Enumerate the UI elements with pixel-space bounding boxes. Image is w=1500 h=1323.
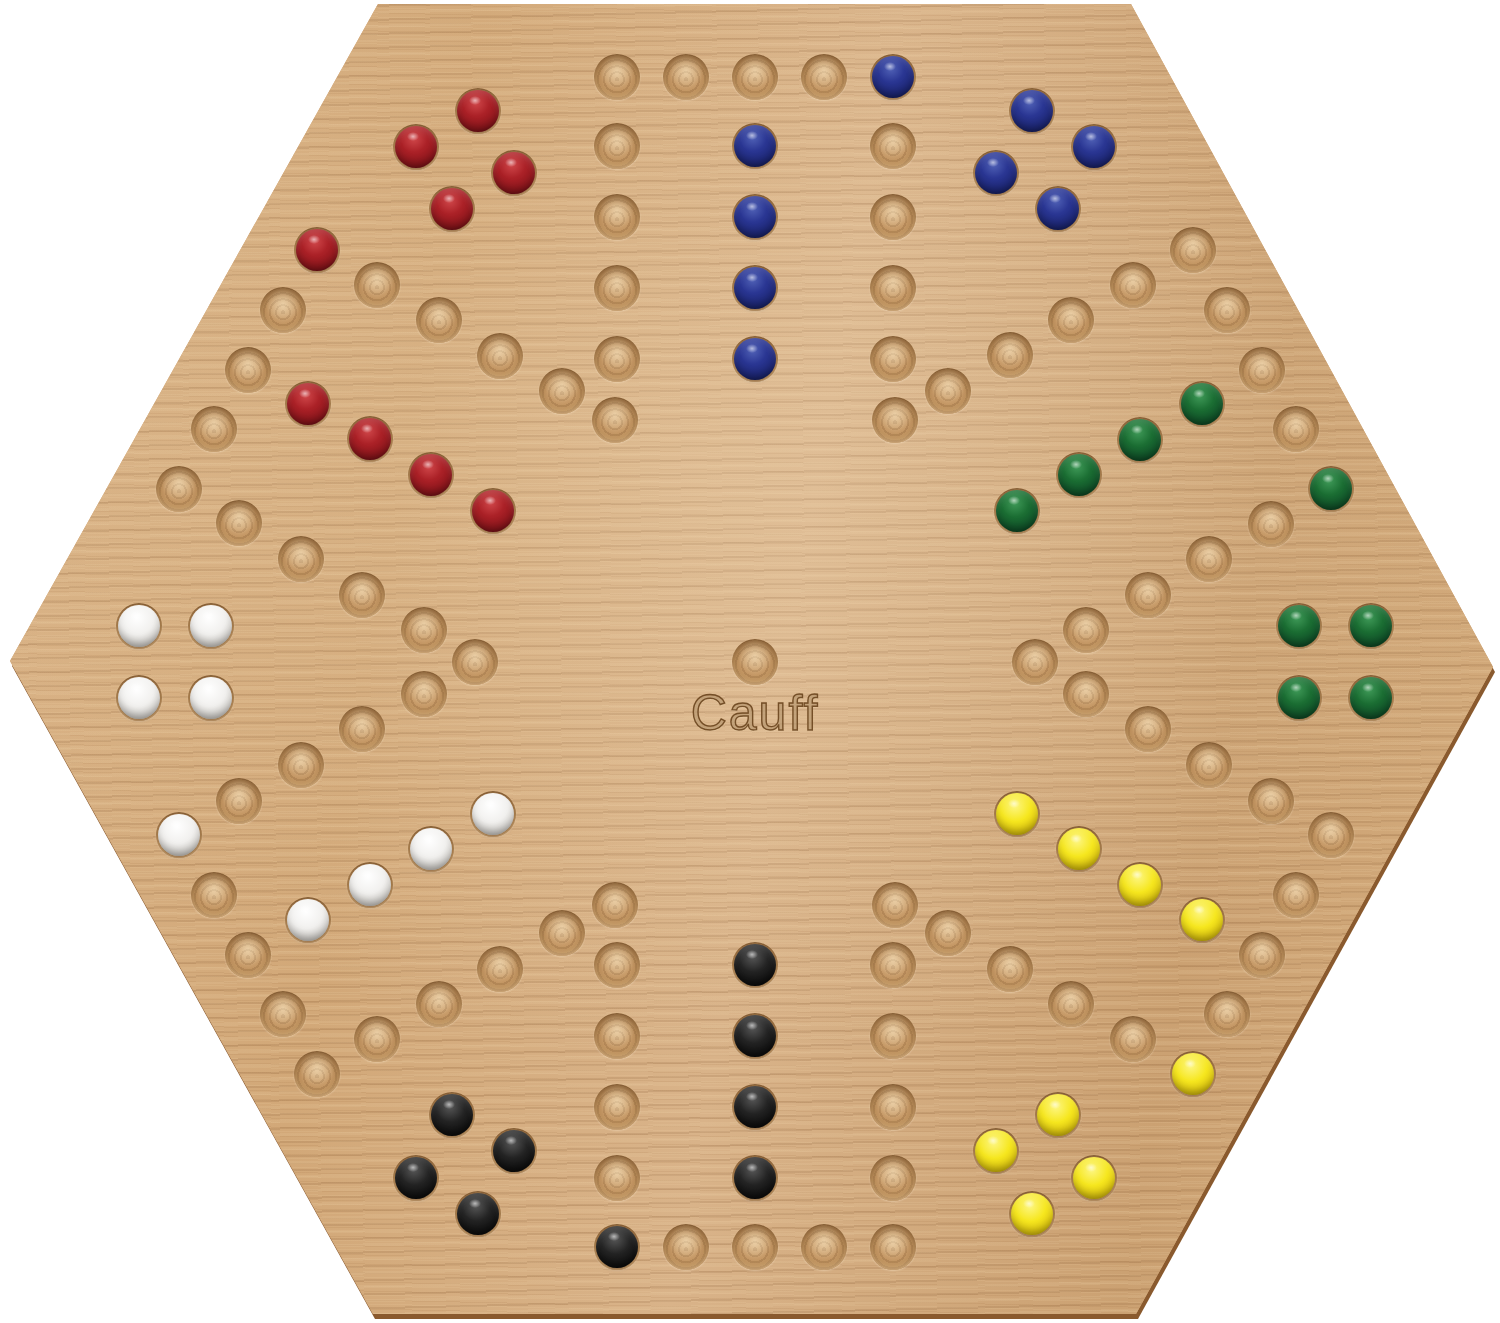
hole-blue-L2[interactable] (594, 265, 640, 311)
hole-green-S3[interactable] (1276, 675, 1322, 721)
hole-red-L1[interactable] (401, 607, 447, 653)
hole-black-H1[interactable] (732, 1155, 778, 1201)
hole-green-R1[interactable] (1248, 501, 1294, 547)
hole-white-S2[interactable] (188, 603, 234, 649)
blue-marble[interactable] (1011, 90, 1053, 132)
hole-red-S3[interactable] (491, 150, 537, 196)
black-marble[interactable] (395, 1157, 437, 1199)
red-marble[interactable] (472, 490, 514, 532)
white-marble[interactable] (118, 677, 160, 719)
hole-yellow-R4[interactable] (925, 910, 971, 956)
green-marble[interactable] (1119, 419, 1161, 461)
hole-black-T5[interactable] (594, 1224, 640, 1270)
red-marble[interactable] (349, 418, 391, 460)
hole-white-T3[interactable] (225, 932, 271, 978)
blue-marble[interactable] (734, 338, 776, 380)
hole-white-R3[interactable] (339, 706, 385, 752)
yellow-marble[interactable] (996, 793, 1038, 835)
hole-yellow-L1[interactable] (1063, 671, 1109, 717)
hole-black-H4[interactable] (732, 942, 778, 988)
yellow-marble[interactable] (1011, 1193, 1053, 1235)
hole-black-L4[interactable] (870, 1155, 916, 1201)
hole-black-N[interactable] (592, 882, 638, 928)
blue-marble[interactable] (1073, 126, 1115, 168)
hole-green-R3[interactable] (1125, 572, 1171, 618)
black-marble[interactable] (734, 944, 776, 986)
hole-red-L4[interactable] (216, 500, 262, 546)
green-marble[interactable] (1058, 454, 1100, 496)
hole-red-L2[interactable] (339, 572, 385, 618)
hole-red-R1[interactable] (354, 262, 400, 308)
hole-yellow-S2[interactable] (973, 1128, 1019, 1174)
hole-white-L1[interactable] (539, 910, 585, 956)
hole-blue-R1[interactable] (870, 123, 916, 169)
hole-white-S3[interactable] (116, 675, 162, 721)
hole-black-R2[interactable] (594, 1084, 640, 1130)
hole-red-L3[interactable] (278, 536, 324, 582)
hole-green-R2[interactable] (1186, 536, 1232, 582)
yellow-marble[interactable] (1073, 1157, 1115, 1199)
hole-black-L2[interactable] (870, 1013, 916, 1059)
blue-marble[interactable] (734, 125, 776, 167)
hole-black-T4[interactable] (663, 1224, 709, 1270)
blue-marble[interactable] (872, 56, 914, 98)
hole-blue-T3[interactable] (732, 54, 778, 100)
hole-white-T5[interactable] (156, 812, 202, 858)
white-marble[interactable] (190, 677, 232, 719)
hole-red-T3[interactable] (225, 347, 271, 393)
hole-blue-S2[interactable] (1071, 124, 1117, 170)
hole-white-L4[interactable] (354, 1016, 400, 1062)
hole-black-T2[interactable] (801, 1224, 847, 1270)
hole-black-H3[interactable] (732, 1013, 778, 1059)
blue-marble[interactable] (734, 196, 776, 238)
hole-white-T4[interactable] (191, 872, 237, 918)
hole-black-H2[interactable] (732, 1084, 778, 1130)
hole-green-T3[interactable] (1239, 347, 1285, 393)
hole-green-H4[interactable] (994, 488, 1040, 534)
red-marble[interactable] (287, 383, 329, 425)
hole-black-S2[interactable] (491, 1128, 537, 1174)
hole-center[interactable] (732, 639, 778, 685)
hole-black-T3[interactable] (732, 1224, 778, 1270)
hole-black-R4[interactable] (594, 942, 640, 988)
yellow-marble[interactable] (1172, 1053, 1214, 1095)
board-brand-engraving: Cauff (691, 684, 820, 742)
green-marble[interactable] (996, 490, 1038, 532)
black-marble[interactable] (431, 1094, 473, 1136)
hole-yellow-T2[interactable] (1273, 872, 1319, 918)
hole-green-L1[interactable] (925, 368, 971, 414)
hole-white-R1[interactable] (216, 778, 262, 824)
hole-yellow-L2[interactable] (1125, 706, 1171, 752)
green-marble[interactable] (1278, 677, 1320, 719)
hole-yellow-R2[interactable] (1048, 981, 1094, 1027)
hole-blue-R2[interactable] (870, 194, 916, 240)
yellow-marble[interactable] (975, 1130, 1017, 1172)
hole-red-S2[interactable] (393, 124, 439, 170)
hole-black-T1[interactable] (870, 1224, 916, 1270)
black-marble[interactable] (734, 1086, 776, 1128)
hole-white-S4[interactable] (188, 675, 234, 721)
hole-red-H2[interactable] (347, 416, 393, 462)
hole-blue-L1[interactable] (594, 336, 640, 382)
hole-green-S1[interactable] (1276, 603, 1322, 649)
hole-yellow-S1[interactable] (1035, 1092, 1081, 1138)
hole-yellow-H4[interactable] (994, 791, 1040, 837)
hole-white-H1[interactable] (285, 897, 331, 943)
hole-blue-S1[interactable] (1009, 88, 1055, 134)
hole-yellow-H3[interactable] (1056, 826, 1102, 872)
red-marble[interactable] (410, 454, 452, 496)
hole-red-T4[interactable] (260, 287, 306, 333)
hole-blue-R4[interactable] (870, 336, 916, 382)
black-marble[interactable] (734, 1015, 776, 1057)
hole-blue-R3[interactable] (870, 265, 916, 311)
hole-green-L4[interactable] (1110, 262, 1156, 308)
hole-red-N[interactable] (592, 397, 638, 443)
hole-red-S1[interactable] (455, 88, 501, 134)
hole-white-H3[interactable] (408, 826, 454, 872)
hole-red-R4[interactable] (539, 368, 585, 414)
hole-green-H2[interactable] (1117, 417, 1163, 463)
green-marble[interactable] (1278, 605, 1320, 647)
hole-white-T1[interactable] (294, 1051, 340, 1097)
hole-red-T1[interactable] (156, 466, 202, 512)
hole-yellow-L4[interactable] (1248, 778, 1294, 824)
hole-blue-T5[interactable] (870, 54, 916, 100)
yellow-marble[interactable] (1058, 828, 1100, 870)
hole-blue-H4[interactable] (732, 336, 778, 382)
hole-green-R4[interactable] (1063, 607, 1109, 653)
hole-blue-L4[interactable] (594, 123, 640, 169)
hole-yellow-R3[interactable] (987, 946, 1033, 992)
green-marble[interactable] (1181, 383, 1223, 425)
hole-blue-S3[interactable] (973, 150, 1019, 196)
hole-yellow-S3[interactable] (1071, 1155, 1117, 1201)
hole-yellow-L3[interactable] (1186, 742, 1232, 788)
product-photo-background: Cauff (0, 0, 1500, 1323)
blue-marble[interactable] (734, 267, 776, 309)
hole-blue-T2[interactable] (663, 54, 709, 100)
hole-red-S4[interactable] (429, 186, 475, 232)
hole-red-H3[interactable] (408, 452, 454, 498)
hole-blue-H3[interactable] (732, 265, 778, 311)
red-marble[interactable] (457, 90, 499, 132)
hole-green-T5[interactable] (1308, 466, 1354, 512)
hole-white-R2[interactable] (278, 742, 324, 788)
hole-white-H2[interactable] (347, 862, 393, 908)
hole-yellow-T5[interactable] (1170, 1051, 1216, 1097)
hole-black-S1[interactable] (429, 1092, 475, 1138)
red-marble[interactable] (431, 188, 473, 230)
red-marble[interactable] (395, 126, 437, 168)
hole-white-N[interactable] (452, 639, 498, 685)
hole-yellow-S4[interactable] (1009, 1191, 1055, 1237)
green-marble[interactable] (1350, 677, 1392, 719)
hole-black-L3[interactable] (870, 1084, 916, 1130)
hole-blue-H1[interactable] (732, 123, 778, 169)
hole-yellow-T4[interactable] (1204, 991, 1250, 1037)
hole-red-R2[interactable] (416, 297, 462, 343)
white-marble[interactable] (158, 814, 200, 856)
hole-black-S4[interactable] (455, 1191, 501, 1237)
hole-red-R3[interactable] (477, 333, 523, 379)
hole-green-H3[interactable] (1056, 452, 1102, 498)
hole-green-N[interactable] (1012, 639, 1058, 685)
hole-red-T5[interactable] (294, 227, 340, 273)
red-marble[interactable] (493, 152, 535, 194)
hole-blue-T4[interactable] (801, 54, 847, 100)
hole-red-T2[interactable] (191, 406, 237, 452)
hole-green-T2[interactable] (1204, 287, 1250, 333)
black-marble[interactable] (596, 1226, 638, 1268)
white-marble[interactable] (472, 793, 514, 835)
hole-green-H1[interactable] (1179, 381, 1225, 427)
yellow-marble[interactable] (1181, 899, 1223, 941)
white-marble[interactable] (410, 828, 452, 870)
hole-yellow-T3[interactable] (1239, 932, 1285, 978)
hole-yellow-R1[interactable] (1110, 1016, 1156, 1062)
white-marble[interactable] (190, 605, 232, 647)
white-marble[interactable] (349, 864, 391, 906)
hole-red-H4[interactable] (470, 488, 516, 534)
hole-blue-T1[interactable] (594, 54, 640, 100)
hole-blue-L3[interactable] (594, 194, 640, 240)
hole-yellow-T1[interactable] (1308, 812, 1354, 858)
green-marble[interactable] (1310, 468, 1352, 510)
black-marble[interactable] (493, 1130, 535, 1172)
hole-green-T4[interactable] (1273, 406, 1319, 452)
hole-white-H4[interactable] (470, 791, 516, 837)
hole-green-S4[interactable] (1348, 675, 1394, 721)
blue-marble[interactable] (975, 152, 1017, 194)
black-marble[interactable] (457, 1193, 499, 1235)
hole-green-L3[interactable] (1048, 297, 1094, 343)
red-marble[interactable] (296, 229, 338, 271)
hole-yellow-N[interactable] (872, 882, 918, 928)
white-marble[interactable] (118, 605, 160, 647)
green-marble[interactable] (1350, 605, 1392, 647)
hole-yellow-H2[interactable] (1117, 862, 1163, 908)
aggravation-board: Cauff (0, 0, 1500, 1323)
hole-green-T1[interactable] (1170, 227, 1216, 273)
hole-red-H1[interactable] (285, 381, 331, 427)
hole-black-S3[interactable] (393, 1155, 439, 1201)
hole-green-S2[interactable] (1348, 603, 1394, 649)
white-marble[interactable] (287, 899, 329, 941)
hole-blue-S4[interactable] (1035, 186, 1081, 232)
hole-white-L2[interactable] (477, 946, 523, 992)
hole-white-T2[interactable] (260, 991, 306, 1037)
hole-black-L1[interactable] (870, 942, 916, 988)
hole-black-R3[interactable] (594, 1013, 640, 1059)
yellow-marble[interactable] (1037, 1094, 1079, 1136)
blue-marble[interactable] (1037, 188, 1079, 230)
yellow-marble[interactable] (1119, 864, 1161, 906)
hole-blue-N[interactable] (872, 397, 918, 443)
hole-white-L3[interactable] (416, 981, 462, 1027)
black-marble[interactable] (734, 1157, 776, 1199)
hole-white-R4[interactable] (401, 671, 447, 717)
hole-yellow-H1[interactable] (1179, 897, 1225, 943)
hole-blue-H2[interactable] (732, 194, 778, 240)
hole-green-L2[interactable] (987, 332, 1033, 378)
hole-black-R1[interactable] (594, 1155, 640, 1201)
hole-white-S1[interactable] (116, 603, 162, 649)
